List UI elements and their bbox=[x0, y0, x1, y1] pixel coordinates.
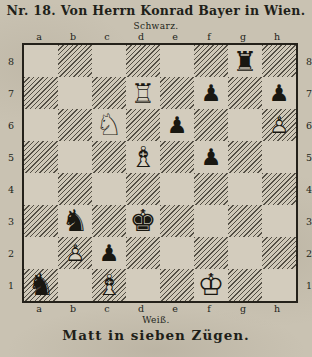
file-labels-top: abcdefgh bbox=[22, 31, 294, 43]
file-label-g: g bbox=[226, 303, 260, 315]
rank-labels-left: 87654321 bbox=[5, 46, 17, 302]
square-a6[interactable] bbox=[24, 109, 58, 141]
piece-glyph: ♞ bbox=[62, 206, 89, 236]
piece-white-pawn[interactable]: ♟♙ bbox=[58, 237, 92, 269]
piece-black-rook[interactable]: ♜ bbox=[228, 45, 262, 77]
square-b4[interactable] bbox=[58, 173, 92, 205]
square-c6[interactable]: ♞♘ bbox=[92, 109, 126, 141]
rank-label-7: 7 bbox=[5, 78, 17, 110]
file-label-b: b bbox=[56, 31, 90, 43]
square-d2[interactable] bbox=[126, 237, 160, 269]
piece-glyph: ♟ bbox=[167, 114, 188, 137]
piece-black-pawn[interactable]: ♟ bbox=[194, 77, 228, 109]
square-c1[interactable]: ♝♗ bbox=[92, 269, 126, 301]
piece-black-king[interactable]: ♚ bbox=[126, 205, 160, 237]
rank-label-1: 1 bbox=[303, 270, 312, 302]
piece-glyph: ♟ bbox=[99, 242, 120, 265]
rank-label-4: 4 bbox=[303, 174, 312, 206]
piece-glyph: ♟ bbox=[201, 146, 222, 169]
piece-black-knight[interactable]: ♞ bbox=[58, 205, 92, 237]
square-c7[interactable] bbox=[92, 77, 126, 109]
piece-black-pawn[interactable]: ♟ bbox=[262, 77, 296, 109]
square-b1[interactable] bbox=[58, 269, 92, 301]
square-d7[interactable]: ♜♖ bbox=[126, 77, 160, 109]
square-g1[interactable] bbox=[228, 269, 262, 301]
square-h6[interactable]: ♟♙ bbox=[262, 109, 296, 141]
square-e7[interactable] bbox=[160, 77, 194, 109]
square-c5[interactable] bbox=[92, 141, 126, 173]
page-title: Nr. 18. Von Herrn Konrad Bayer in Wien. bbox=[0, 0, 312, 18]
rank-label-3: 3 bbox=[5, 206, 17, 238]
square-f7[interactable]: ♟ bbox=[194, 77, 228, 109]
piece-glyph: ♚ bbox=[130, 206, 157, 236]
square-a8[interactable] bbox=[24, 45, 58, 77]
square-g2[interactable] bbox=[228, 237, 262, 269]
square-h1[interactable] bbox=[262, 269, 296, 301]
piece-glyph: ♜ bbox=[233, 48, 257, 75]
square-h3[interactable] bbox=[262, 205, 296, 237]
square-h8[interactable] bbox=[262, 45, 296, 77]
file-labels-bottom: abcdefgh bbox=[22, 303, 294, 315]
square-d1[interactable] bbox=[126, 269, 160, 301]
rank-label-5: 5 bbox=[303, 142, 312, 174]
file-label-a: a bbox=[22, 31, 56, 43]
piece-glyph: ♘ bbox=[96, 110, 123, 140]
square-e6[interactable]: ♟ bbox=[160, 109, 194, 141]
piece-white-bishop[interactable]: ♝♗ bbox=[126, 141, 160, 173]
piece-glyph: ♗ bbox=[130, 143, 156, 172]
piece-white-pawn[interactable]: ♟♙ bbox=[262, 109, 296, 141]
square-d5[interactable]: ♝♗ bbox=[126, 141, 160, 173]
square-c8[interactable] bbox=[92, 45, 126, 77]
square-g8[interactable]: ♜ bbox=[228, 45, 262, 77]
square-d4[interactable] bbox=[126, 173, 160, 205]
rank-label-5: 5 bbox=[5, 142, 17, 174]
square-b5[interactable] bbox=[58, 141, 92, 173]
square-c2[interactable]: ♟ bbox=[92, 237, 126, 269]
square-a7[interactable] bbox=[24, 77, 58, 109]
square-b7[interactable] bbox=[58, 77, 92, 109]
piece-white-king[interactable]: ♚♔ bbox=[194, 269, 228, 301]
square-f5[interactable]: ♟ bbox=[194, 141, 228, 173]
side-label-white: Weiß. bbox=[0, 315, 312, 325]
rank-label-6: 6 bbox=[5, 110, 17, 142]
square-h2[interactable] bbox=[262, 237, 296, 269]
board-wrap: 87654321 ♜♜♖♟♟♞♘♟♟♙♝♗♟♞♚♟♙♟♞♝♗♚♔ 8765432… bbox=[22, 43, 299, 303]
piece-glyph: ♟ bbox=[201, 82, 222, 105]
rank-label-3: 3 bbox=[303, 206, 312, 238]
piece-black-pawn[interactable]: ♟ bbox=[194, 141, 228, 173]
square-a4[interactable] bbox=[24, 173, 58, 205]
square-g4[interactable] bbox=[228, 173, 262, 205]
chess-board: ♜♜♖♟♟♞♘♟♟♙♝♗♟♞♚♟♙♟♞♝♗♚♔ bbox=[22, 43, 298, 303]
square-e5[interactable] bbox=[160, 141, 194, 173]
square-g7[interactable] bbox=[228, 77, 262, 109]
file-label-d: d bbox=[124, 303, 158, 315]
piece-glyph: ♗ bbox=[96, 271, 122, 300]
square-f3[interactable] bbox=[194, 205, 228, 237]
square-e2[interactable] bbox=[160, 237, 194, 269]
square-e8[interactable] bbox=[160, 45, 194, 77]
square-b6[interactable] bbox=[58, 109, 92, 141]
square-d6[interactable] bbox=[126, 109, 160, 141]
square-a5[interactable] bbox=[24, 141, 58, 173]
square-d3[interactable]: ♚ bbox=[126, 205, 160, 237]
rank-label-1: 1 bbox=[5, 270, 17, 302]
stipulation-text: Matt in sieben Zügen. bbox=[0, 327, 312, 343]
square-f2[interactable] bbox=[194, 237, 228, 269]
square-e3[interactable] bbox=[160, 205, 194, 237]
file-label-g: g bbox=[226, 31, 260, 43]
piece-glyph: ♔ bbox=[198, 270, 225, 300]
square-a3[interactable] bbox=[24, 205, 58, 237]
rank-label-2: 2 bbox=[303, 238, 312, 270]
piece-glyph: ♙ bbox=[65, 242, 86, 265]
piece-black-pawn[interactable]: ♟ bbox=[92, 237, 126, 269]
square-g3[interactable] bbox=[228, 205, 262, 237]
square-b8[interactable] bbox=[58, 45, 92, 77]
rank-label-7: 7 bbox=[303, 78, 312, 110]
piece-black-knight[interactable]: ♞ bbox=[24, 269, 58, 301]
piece-white-knight[interactable]: ♞♘ bbox=[92, 109, 126, 141]
file-label-b: b bbox=[56, 303, 90, 315]
piece-glyph: ♞ bbox=[28, 270, 55, 300]
square-d8[interactable] bbox=[126, 45, 160, 77]
square-g5[interactable] bbox=[228, 141, 262, 173]
rank-label-8: 8 bbox=[303, 46, 312, 78]
piece-white-bishop[interactable]: ♝♗ bbox=[92, 269, 126, 301]
square-b2[interactable]: ♟♙ bbox=[58, 237, 92, 269]
piece-white-rook[interactable]: ♜♖ bbox=[126, 77, 160, 109]
rank-label-8: 8 bbox=[5, 46, 17, 78]
piece-black-pawn[interactable]: ♟ bbox=[160, 109, 194, 141]
square-c4[interactable] bbox=[92, 173, 126, 205]
square-f1[interactable]: ♚♔ bbox=[194, 269, 228, 301]
file-label-h: h bbox=[260, 31, 294, 43]
piece-glyph: ♙ bbox=[269, 114, 290, 137]
rank-label-4: 4 bbox=[5, 174, 17, 206]
square-h7[interactable]: ♟ bbox=[262, 77, 296, 109]
side-label-black: Schwarz. bbox=[0, 21, 312, 31]
piece-glyph: ♖ bbox=[131, 80, 155, 107]
page: Nr. 18. Von Herrn Konrad Bayer in Wien. … bbox=[0, 0, 312, 357]
rank-labels-right: 87654321 bbox=[303, 46, 312, 302]
square-b3[interactable]: ♞ bbox=[58, 205, 92, 237]
square-g6[interactable] bbox=[228, 109, 262, 141]
square-c3[interactable] bbox=[92, 205, 126, 237]
rank-label-6: 6 bbox=[303, 110, 312, 142]
file-label-h: h bbox=[260, 303, 294, 315]
file-label-e: e bbox=[158, 31, 192, 43]
square-h4[interactable] bbox=[262, 173, 296, 205]
square-f8[interactable] bbox=[194, 45, 228, 77]
square-e4[interactable] bbox=[160, 173, 194, 205]
square-f4[interactable] bbox=[194, 173, 228, 205]
file-label-c: c bbox=[90, 31, 124, 43]
square-a2[interactable] bbox=[24, 237, 58, 269]
file-label-c: c bbox=[90, 303, 124, 315]
file-label-d: d bbox=[124, 31, 158, 43]
rank-label-2: 2 bbox=[5, 238, 17, 270]
piece-glyph: ♟ bbox=[269, 82, 290, 105]
square-e1[interactable] bbox=[160, 269, 194, 301]
file-label-f: f bbox=[192, 31, 226, 43]
file-label-f: f bbox=[192, 303, 226, 315]
square-h5[interactable] bbox=[262, 141, 296, 173]
file-label-a: a bbox=[22, 303, 56, 315]
square-a1[interactable]: ♞ bbox=[24, 269, 58, 301]
square-f6[interactable] bbox=[194, 109, 228, 141]
file-label-e: e bbox=[158, 303, 192, 315]
